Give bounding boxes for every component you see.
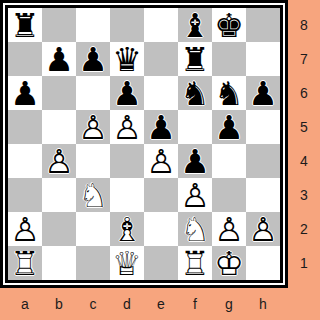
square-a6[interactable]: ♟︎ xyxy=(8,76,42,110)
square-f5[interactable] xyxy=(178,110,212,144)
white-pawn: ♙︎ xyxy=(214,213,244,246)
square-b7[interactable]: ♟︎ xyxy=(42,42,76,76)
square-f4[interactable]: ♟︎ xyxy=(178,144,212,178)
square-e2[interactable] xyxy=(144,212,178,246)
square-b3[interactable] xyxy=(42,178,76,212)
file-label-d: d xyxy=(123,296,131,312)
square-c6[interactable] xyxy=(76,76,110,110)
square-a2[interactable]: ♟︎♙︎ xyxy=(8,212,42,246)
square-d4[interactable] xyxy=(110,144,144,178)
rank-label-4: 4 xyxy=(300,153,308,169)
file-label-f: f xyxy=(193,296,197,312)
square-h6[interactable]: ♟︎ xyxy=(246,76,280,110)
square-h5[interactable] xyxy=(246,110,280,144)
white-pawn: ♙︎ xyxy=(248,213,278,246)
rank-label-1: 1 xyxy=(300,255,308,271)
square-b8[interactable] xyxy=(42,8,76,42)
black-knight: ♞ xyxy=(214,77,244,110)
square-g4[interactable] xyxy=(212,144,246,178)
black-pawn: ♟︎ xyxy=(112,77,142,110)
black-pawn: ♟︎ xyxy=(248,77,278,110)
chess-board: ♜♝♚♟︎♟︎♛♜♟︎♟︎♞♞♟︎♟︎♙︎♟︎♙︎♟︎♟︎♟︎♙︎♟︎♙︎♟︎♞… xyxy=(8,8,280,280)
file-label-g: g xyxy=(225,296,233,312)
square-c4[interactable] xyxy=(76,144,110,178)
white-king: ♔ xyxy=(214,247,244,280)
rank-label-7: 7 xyxy=(300,51,308,67)
square-e1[interactable] xyxy=(144,246,178,280)
white-knight: ♘ xyxy=(78,179,108,212)
file-label-e: e xyxy=(157,296,165,312)
square-g1[interactable]: ♚♔ xyxy=(212,246,246,280)
square-d5[interactable]: ♟︎♙︎ xyxy=(110,110,144,144)
square-g3[interactable] xyxy=(212,178,246,212)
square-b2[interactable] xyxy=(42,212,76,246)
square-a3[interactable] xyxy=(8,178,42,212)
black-pawn: ♟︎ xyxy=(78,43,108,76)
black-rook: ♜ xyxy=(10,9,40,42)
black-king: ♚ xyxy=(214,9,244,42)
black-pawn: ♟︎ xyxy=(44,43,74,76)
square-g5[interactable]: ♟︎ xyxy=(212,110,246,144)
square-e8[interactable] xyxy=(144,8,178,42)
square-g8[interactable]: ♚ xyxy=(212,8,246,42)
square-f7[interactable]: ♜ xyxy=(178,42,212,76)
square-a4[interactable] xyxy=(8,144,42,178)
square-c5[interactable]: ♟︎♙︎ xyxy=(76,110,110,144)
square-f6[interactable]: ♞ xyxy=(178,76,212,110)
square-c2[interactable] xyxy=(76,212,110,246)
white-pawn: ♙︎ xyxy=(180,179,210,212)
file-label-h: h xyxy=(259,296,267,312)
square-e5[interactable]: ♟︎ xyxy=(144,110,178,144)
rank-labels: 87654321 xyxy=(288,8,320,280)
square-b4[interactable]: ♟︎♙︎ xyxy=(42,144,76,178)
square-a7[interactable] xyxy=(8,42,42,76)
square-e3[interactable] xyxy=(144,178,178,212)
rank-label-6: 6 xyxy=(300,85,308,101)
square-f2[interactable]: ♞♘ xyxy=(178,212,212,246)
square-d6[interactable]: ♟︎ xyxy=(110,76,144,110)
file-label-c: c xyxy=(90,296,97,312)
black-rook: ♜ xyxy=(180,43,210,76)
white-rook: ♖ xyxy=(180,247,210,280)
square-g6[interactable]: ♞ xyxy=(212,76,246,110)
square-h2[interactable]: ♟︎♙︎ xyxy=(246,212,280,246)
square-e7[interactable] xyxy=(144,42,178,76)
square-h3[interactable] xyxy=(246,178,280,212)
square-c7[interactable]: ♟︎ xyxy=(76,42,110,76)
rank-label-3: 3 xyxy=(300,187,308,203)
white-pawn: ♙︎ xyxy=(112,111,142,144)
rank-label-8: 8 xyxy=(300,17,308,33)
square-b6[interactable] xyxy=(42,76,76,110)
white-pawn: ♙︎ xyxy=(146,145,176,178)
file-labels: abcdefgh xyxy=(8,289,280,319)
black-pawn: ♟︎ xyxy=(180,145,210,178)
white-pawn: ♙︎ xyxy=(44,145,74,178)
square-c8[interactable] xyxy=(76,8,110,42)
square-d3[interactable] xyxy=(110,178,144,212)
black-queen: ♛ xyxy=(112,43,142,76)
black-knight: ♞ xyxy=(180,77,210,110)
square-h4[interactable] xyxy=(246,144,280,178)
square-d8[interactable] xyxy=(110,8,144,42)
black-pawn: ♟︎ xyxy=(146,111,176,144)
white-bishop: ♗ xyxy=(112,213,142,246)
square-c1[interactable] xyxy=(76,246,110,280)
rank-label-5: 5 xyxy=(300,119,308,135)
white-rook: ♖ xyxy=(10,247,40,280)
square-c3[interactable]: ♞♘ xyxy=(76,178,110,212)
square-a1[interactable]: ♜♖ xyxy=(8,246,42,280)
board-frame-inner: ♜♝♚♟︎♟︎♛♜♟︎♟︎♞♞♟︎♟︎♙︎♟︎♙︎♟︎♟︎♟︎♙︎♟︎♙︎♟︎♞… xyxy=(5,5,283,283)
square-b1[interactable] xyxy=(42,246,76,280)
square-a5[interactable] xyxy=(8,110,42,144)
black-pawn: ♟︎ xyxy=(214,111,244,144)
square-g7[interactable] xyxy=(212,42,246,76)
square-g2[interactable]: ♟︎♙︎ xyxy=(212,212,246,246)
board-frame: ♜♝♚♟︎♟︎♛♜♟︎♟︎♞♞♟︎♟︎♙︎♟︎♙︎♟︎♟︎♟︎♙︎♟︎♙︎♟︎♞… xyxy=(0,0,288,288)
black-pawn: ♟︎ xyxy=(10,77,40,110)
file-label-a: a xyxy=(21,296,29,312)
black-bishop: ♝ xyxy=(180,9,210,42)
square-d1[interactable]: ♛♕ xyxy=(110,246,144,280)
white-queen: ♕ xyxy=(112,247,142,280)
square-h7[interactable] xyxy=(246,42,280,76)
square-h1[interactable] xyxy=(246,246,280,280)
file-label-b: b xyxy=(55,296,63,312)
square-d2[interactable]: ♝♗ xyxy=(110,212,144,246)
rank-label-2: 2 xyxy=(300,221,308,237)
square-e6[interactable] xyxy=(144,76,178,110)
square-a8[interactable]: ♜ xyxy=(8,8,42,42)
square-d7[interactable]: ♛ xyxy=(110,42,144,76)
square-b5[interactable] xyxy=(42,110,76,144)
white-knight: ♘ xyxy=(180,213,210,246)
square-h8[interactable] xyxy=(246,8,280,42)
white-pawn: ♙︎ xyxy=(10,213,40,246)
square-e4[interactable]: ♟︎♙︎ xyxy=(144,144,178,178)
square-f3[interactable]: ♟︎♙︎ xyxy=(178,178,212,212)
square-f8[interactable]: ♝ xyxy=(178,8,212,42)
white-pawn: ♙︎ xyxy=(78,111,108,144)
square-f1[interactable]: ♜♖ xyxy=(178,246,212,280)
